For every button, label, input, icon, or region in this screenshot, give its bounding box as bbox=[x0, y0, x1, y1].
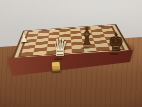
piece-white-queen: ♛ bbox=[52, 35, 68, 60]
piece-black-bishop: ♝ bbox=[79, 25, 94, 49]
piece-black-king: ♚ bbox=[108, 30, 124, 55]
piece-white-pawn: ♟ bbox=[20, 31, 28, 44]
chess-box-photo: ♟♛♝♚ bbox=[0, 0, 142, 107]
pieces-layer: ♟♛♝♚ bbox=[0, 0, 142, 107]
